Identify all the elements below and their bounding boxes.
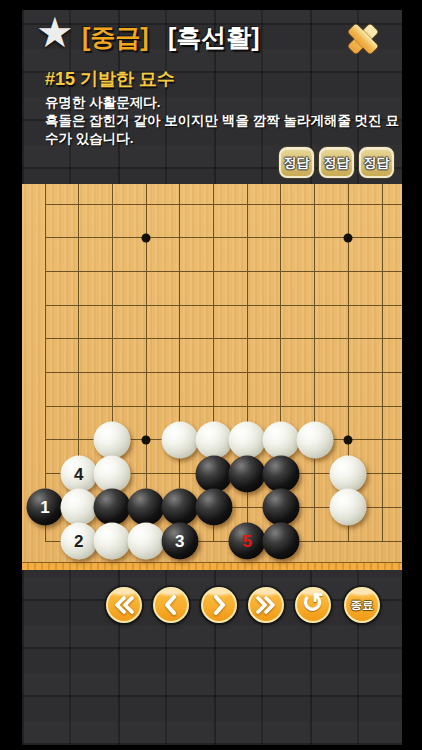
stone-white-G4	[229, 421, 266, 458]
grid-line-horizontal	[45, 406, 403, 407]
grid-line-horizontal	[45, 305, 403, 306]
stone-white-E4	[161, 421, 198, 458]
left-chevron-icon	[161, 594, 181, 616]
stone-black-H3	[262, 455, 299, 492]
stone-white-B2	[60, 489, 97, 526]
answer-button-row: 정답 정답 정답	[279, 147, 394, 178]
stone-black-F3	[195, 455, 232, 492]
double-left-chevron-icon	[112, 595, 136, 615]
stone-white-D1	[128, 523, 165, 560]
stone-white-F4	[195, 421, 232, 458]
stone-black-D2	[128, 489, 165, 526]
stone-black-H2	[262, 489, 299, 526]
star-icon[interactable]: ★	[36, 12, 74, 54]
move-number-label: 5	[242, 533, 251, 550]
stone-black-C2	[94, 489, 131, 526]
move-number-label: 2	[74, 533, 83, 550]
prev-move-button[interactable]	[153, 587, 189, 623]
star-point	[142, 233, 151, 242]
stone-white-C4	[94, 421, 131, 458]
star-point	[344, 233, 353, 242]
go-board[interactable]: 41235	[22, 184, 402, 570]
stone-black-E1: 3	[161, 523, 198, 560]
first-move-button[interactable]	[106, 587, 142, 623]
stone-black-H1	[262, 523, 299, 560]
stone-black-G3	[229, 455, 266, 492]
app-screen: ★ [중급] [흑선활] #15 기발한 묘수 유명한 사활문제다. 흑돌은 잡…	[22, 10, 402, 745]
stone-black-F2	[195, 489, 232, 526]
stone-white-B3: 4	[60, 455, 97, 492]
stone-white-C3	[94, 455, 131, 492]
stone-white-K2	[330, 489, 367, 526]
grid-line-horizontal	[45, 271, 403, 272]
grid-line-horizontal	[45, 338, 403, 339]
reset-button[interactable]: ↺	[295, 587, 331, 623]
problem-description: 유명한 사활문제다. 흑돌은 잡힌거 같아 보이지만 백을 깜짝 놀라게해줄 멋…	[45, 94, 401, 148]
stone-white-H4	[262, 421, 299, 458]
close-icon[interactable]	[339, 15, 387, 63]
mode-label: [흑선활]	[168, 24, 260, 50]
problem-title: #15 기발한 묘수	[45, 67, 175, 91]
grid-line-horizontal	[45, 372, 403, 373]
level-label: [중급]	[82, 24, 149, 50]
double-right-chevron-icon	[254, 595, 278, 615]
move-number-label: 3	[175, 533, 184, 550]
grid-line-horizontal	[45, 204, 403, 205]
answer-button-2[interactable]: 정답	[319, 147, 354, 178]
problem-description-line: 흑돌은 잡힌거 같아 보이지만 백을 깜짝 놀라게해줄 멋진 묘수가 있습니다.	[45, 112, 401, 148]
star-point	[344, 435, 353, 444]
stone-white-C1	[94, 523, 131, 560]
stone-white-J4	[296, 421, 333, 458]
answer-button-1[interactable]: 정답	[279, 147, 314, 178]
move-number-label: 4	[74, 465, 83, 482]
stone-black-E2	[161, 489, 198, 526]
move-number-label: 1	[40, 499, 49, 516]
stone-black-A2: 1	[27, 489, 64, 526]
board-bottom-edge	[22, 562, 402, 570]
next-move-button[interactable]	[201, 587, 237, 623]
stone-black-G1: 5	[229, 523, 266, 560]
stone-white-K3	[330, 455, 367, 492]
right-chevron-icon	[209, 594, 229, 616]
stone-white-B1: 2	[60, 523, 97, 560]
rotate-counterclockwise-icon: ↺	[302, 590, 325, 617]
star-point	[142, 435, 151, 444]
answer-button-3[interactable]: 정답	[359, 147, 394, 178]
end-button-label: 종료	[351, 598, 374, 613]
last-move-button[interactable]	[248, 587, 284, 623]
problem-description-line: 유명한 사활문제다.	[45, 94, 401, 112]
end-button[interactable]: 종료	[344, 587, 380, 623]
